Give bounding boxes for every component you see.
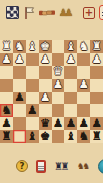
square-a7[interactable]: ♟ <box>90 117 103 130</box>
black-pawn: ♟ <box>66 118 76 130</box>
square-d7[interactable]: ♟ <box>52 117 65 130</box>
square-d6[interactable] <box>52 104 65 117</box>
square-e3[interactable] <box>39 66 52 79</box>
square-f8[interactable]: ♝ <box>26 130 39 143</box>
black-pawn: ♟ <box>27 105 37 117</box>
clipboard-sheet <box>38 162 44 171</box>
square-a2[interactable]: ♟ <box>90 53 103 66</box>
mini-pieces-button[interactable]: ♞♞ <box>77 161 90 171</box>
square-e4[interactable] <box>39 79 52 92</box>
white-pawn: ♟ <box>14 54 24 66</box>
white-pawn: ♟ <box>1 54 11 66</box>
square-d1[interactable] <box>52 40 65 53</box>
square-e7[interactable]: ♛ <box>39 117 52 130</box>
black-knight: ♞ <box>1 105 11 117</box>
black-knight: ♞ <box>79 131 89 143</box>
square-f5[interactable] <box>26 92 39 105</box>
black-bishop: ♝ <box>66 131 76 143</box>
gold-pieces-icon[interactable]: ♟♟ <box>59 7 73 18</box>
square-d4[interactable]: ♟ <box>52 79 65 92</box>
square-g5[interactable]: ♟ <box>13 92 26 105</box>
setup-board-button[interactable] <box>99 5 103 20</box>
square-a3[interactable] <box>90 66 103 79</box>
square-h8[interactable]: ♜ <box>0 130 13 143</box>
square-b1[interactable]: ♞ <box>77 40 90 53</box>
square-c3[interactable] <box>64 66 77 79</box>
flag-icon[interactable] <box>23 6 35 20</box>
white-queen: ♛ <box>53 66 63 78</box>
square-c5[interactable] <box>64 92 77 105</box>
black-rook: ♜ <box>91 131 101 143</box>
square-b6[interactable] <box>77 104 90 117</box>
black-pawn: ♟ <box>91 118 101 130</box>
square-a4[interactable] <box>90 79 103 92</box>
square-b5[interactable] <box>77 92 90 105</box>
square-d8[interactable] <box>52 130 65 143</box>
square-c2[interactable]: ♟ <box>64 53 77 66</box>
white-pawn: ♟ <box>66 54 76 66</box>
square-h4[interactable] <box>0 79 13 92</box>
flag-icon-glyph <box>23 6 35 20</box>
square-c6[interactable] <box>64 104 77 117</box>
square-h7[interactable]: ♟ <box>0 117 13 130</box>
white-king: ♚ <box>40 41 50 53</box>
square-c4[interactable] <box>64 79 77 92</box>
square-d5[interactable] <box>52 92 65 105</box>
pieces-tray-button[interactable]: ♜♜ <box>54 161 69 172</box>
black-queen: ♛ <box>40 118 50 130</box>
square-e6[interactable] <box>39 104 52 117</box>
square-d3[interactable]: ♛ <box>52 66 65 79</box>
square-f4[interactable] <box>26 79 39 92</box>
black-pawn: ♟ <box>79 118 89 130</box>
square-b3[interactable] <box>77 66 90 79</box>
white-pawn: ♟ <box>53 79 63 91</box>
square-f1[interactable]: ♝ <box>26 40 39 53</box>
square-h2[interactable]: ♟ <box>0 53 13 66</box>
setup-board-icon <box>102 10 103 16</box>
chessboard-icon-glyph <box>6 6 19 19</box>
square-g6[interactable] <box>13 104 26 117</box>
white-rook: ♜ <box>1 41 11 53</box>
black-pawn: ♟ <box>53 118 63 130</box>
square-h3[interactable] <box>0 66 13 79</box>
white-bishop: ♝ <box>66 41 76 53</box>
handshake-icon[interactable] <box>39 7 55 19</box>
white-bishop: ♝ <box>27 41 37 53</box>
white-rook: ♜ <box>91 41 101 53</box>
square-e8[interactable]: ♚ <box>39 130 52 143</box>
bottom-toolbar: ? ♜♜ ♞♞ <box>0 158 103 174</box>
square-a8[interactable]: ♜ <box>90 130 103 143</box>
square-g8[interactable] <box>13 130 26 143</box>
white-knight: ♞ <box>14 41 24 53</box>
square-e1[interactable]: ♚ <box>39 40 52 53</box>
help-button[interactable]: ? <box>16 160 28 172</box>
square-b8[interactable]: ♞ <box>77 130 90 143</box>
black-pawn: ♟ <box>1 118 11 130</box>
chess-board: ♜♞♝♚♝♞♜♟♟♟♟♟♛♟♟♟♟♞♟♟♛♟♟♟♟♜♝♚♝♞♜ <box>0 40 103 143</box>
square-e5[interactable]: ♟ <box>39 92 52 105</box>
square-d2[interactable] <box>52 53 65 66</box>
square-c7[interactable]: ♟ <box>64 117 77 130</box>
square-g7[interactable] <box>13 117 26 130</box>
handshake-icon-glyph <box>39 7 55 19</box>
square-a1[interactable]: ♜ <box>90 40 103 53</box>
white-pawn: ♟ <box>40 92 50 104</box>
square-h6[interactable]: ♞ <box>0 104 13 117</box>
white-pawn: ♟ <box>40 54 50 66</box>
square-a5[interactable] <box>90 92 103 105</box>
add-button[interactable]: + <box>83 7 95 19</box>
square-h1[interactable]: ♜ <box>0 40 13 53</box>
square-a6[interactable] <box>90 104 103 117</box>
square-c1[interactable]: ♝ <box>64 40 77 53</box>
square-b4[interactable]: ♟ <box>77 79 90 92</box>
white-knight: ♞ <box>79 41 89 53</box>
white-pawn: ♟ <box>79 79 89 91</box>
chessboard-icon[interactable] <box>6 6 19 19</box>
square-g1[interactable]: ♞ <box>13 40 26 53</box>
square-b7[interactable]: ♟ <box>77 117 90 130</box>
black-pawn: ♟ <box>14 92 24 104</box>
black-rook: ♜ <box>1 131 11 143</box>
square-f2[interactable] <box>26 53 39 66</box>
square-e2[interactable]: ♟ <box>39 53 52 66</box>
square-b2[interactable] <box>77 53 90 66</box>
square-f6[interactable]: ♟ <box>26 104 39 117</box>
black-king: ♚ <box>40 131 50 143</box>
white-pawn: ♟ <box>91 54 101 66</box>
square-h5[interactable] <box>0 92 13 105</box>
square-g2[interactable]: ♟ <box>13 53 26 66</box>
square-c8[interactable]: ♝ <box>64 130 77 143</box>
square-f7[interactable] <box>26 117 39 130</box>
square-f3[interactable] <box>26 66 39 79</box>
top-toolbar: ♟♟ + <box>0 4 103 21</box>
globe-button[interactable] <box>98 159 103 174</box>
black-bishop: ♝ <box>27 131 37 143</box>
square-g3[interactable] <box>13 66 26 79</box>
notation-clipboard-button[interactable] <box>36 160 46 173</box>
square-g4[interactable] <box>13 79 26 92</box>
